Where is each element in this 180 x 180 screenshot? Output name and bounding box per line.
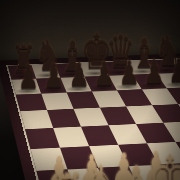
piece-black-pawn: ♟ bbox=[168, 54, 180, 87]
square-f7: ♟ bbox=[61, 77, 92, 93]
piece-black-pawn: ♟ bbox=[68, 58, 89, 91]
chess-board: ♜♞♝♚♛♝♞♜♟♟♟♟♟♟♟♟♟♟♟♟♟♟♟♟♜♞♝♚♛♝♞♜ bbox=[0, 53, 180, 180]
piece-black-pawn: ♟ bbox=[119, 56, 140, 89]
piece-white-bishop: ♝ bbox=[117, 158, 155, 180]
square-h7: ♟ bbox=[12, 79, 42, 95]
piece-white-rook: ♜ bbox=[50, 167, 85, 180]
square-h5 bbox=[20, 110, 53, 129]
square-h4 bbox=[25, 128, 60, 149]
square-e4 bbox=[109, 124, 147, 145]
board-grid: ♜♞♝♚♛♝♞♜♟♟♟♟♟♟♟♟♟♟♟♟♟♟♟♟♜♞♝♚♛♝♞♜ bbox=[8, 59, 180, 180]
square-g5 bbox=[47, 109, 81, 128]
square-g7: ♟ bbox=[36, 78, 67, 94]
piece-white-knight: ♞ bbox=[82, 158, 121, 180]
piece-black-pawn: ♟ bbox=[143, 55, 164, 88]
piece-black-pawn: ♟ bbox=[94, 57, 115, 90]
scene: ♜♞♝♚♛♝♞♜♟♟♟♟♟♟♟♟♟♟♟♟♟♟♟♟♜♞♝♚♛♝♞♜ bbox=[0, 0, 180, 180]
piece-black-pawn: ♟ bbox=[43, 59, 64, 92]
piece-black-pawn: ♟ bbox=[18, 60, 39, 94]
square-g4 bbox=[53, 127, 89, 148]
